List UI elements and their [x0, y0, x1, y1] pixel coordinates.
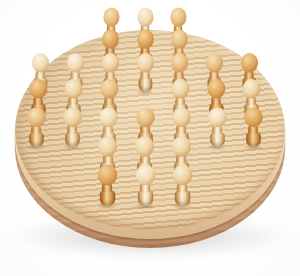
peg-head	[64, 79, 82, 98]
peg-base	[28, 132, 43, 147]
pegs-layer	[0, 0, 300, 276]
peg-head	[102, 29, 119, 48]
peg-head	[172, 107, 190, 127]
peg-head	[136, 7, 152, 26]
peg-head	[207, 79, 225, 98]
peg-base	[210, 132, 225, 147]
peg-head	[171, 79, 189, 98]
peg-base	[137, 190, 152, 206]
peg-head	[63, 107, 81, 127]
peg-head	[136, 53, 153, 72]
peg-head	[98, 136, 117, 156]
peg-c7[interactable]	[96, 165, 119, 206]
peg-d7[interactable]	[133, 165, 156, 206]
peg-head	[241, 53, 258, 72]
peg-head	[101, 53, 118, 72]
peg-head	[103, 7, 119, 26]
peg-head	[26, 107, 44, 127]
peg-base	[174, 190, 189, 206]
peg-head	[29, 79, 47, 98]
peg-base	[138, 77, 152, 92]
peg-head	[99, 107, 117, 127]
peg-f5[interactable]	[206, 107, 227, 147]
peg-d3[interactable]	[134, 53, 154, 92]
peg-a5[interactable]	[25, 107, 46, 147]
peg-head	[206, 53, 223, 72]
peg-head	[135, 136, 154, 156]
peg-head	[31, 53, 48, 72]
peg-base	[99, 190, 114, 206]
peg-head	[135, 107, 153, 127]
peg-head	[66, 53, 83, 72]
peg-b5[interactable]	[61, 107, 82, 147]
peg-head	[242, 79, 260, 98]
peg-head	[171, 53, 188, 72]
peg-head	[97, 165, 117, 186]
peg-head	[100, 79, 118, 98]
peg-head	[135, 165, 155, 186]
peg-base	[246, 132, 261, 147]
product-photo-scene	[0, 0, 300, 276]
peg-head	[208, 107, 226, 127]
peg-base	[65, 132, 80, 147]
peg-head	[244, 107, 262, 127]
peg-head	[170, 29, 187, 48]
peg-head	[170, 7, 186, 26]
peg-e7[interactable]	[171, 165, 194, 206]
peg-g5[interactable]	[243, 107, 264, 147]
peg-head	[136, 29, 153, 48]
peg-head	[172, 165, 192, 186]
peg-head	[172, 136, 191, 156]
